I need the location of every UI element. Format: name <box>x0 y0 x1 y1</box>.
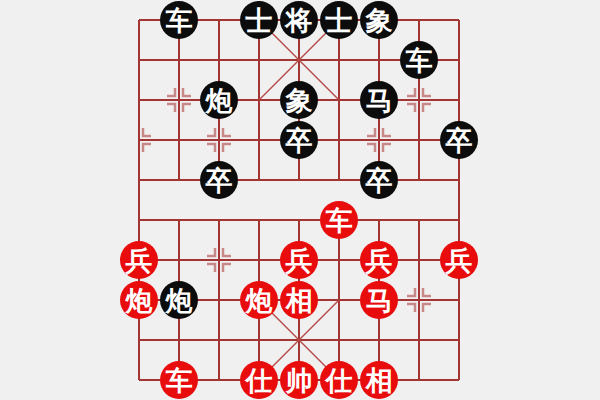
piece-red-cannon[interactable]: 炮 <box>120 281 158 319</box>
piece-red-king[interactable]: 帅 <box>280 361 318 399</box>
piece-red-chariot[interactable]: 车 <box>320 201 358 239</box>
piece-red-soldier[interactable]: 兵 <box>440 241 478 279</box>
piece-red-soldier[interactable]: 兵 <box>280 241 318 279</box>
piece-black-advisor[interactable]: 士 <box>240 1 278 39</box>
piece-red-advisor[interactable]: 仕 <box>320 361 358 399</box>
piece-black-cannon[interactable]: 炮 <box>160 281 198 319</box>
piece-red-horse[interactable]: 马 <box>360 281 398 319</box>
piece-red-soldier[interactable]: 兵 <box>120 241 158 279</box>
piece-black-chariot[interactable]: 车 <box>160 1 198 39</box>
piece-black-general[interactable]: 将 <box>280 1 318 39</box>
piece-black-chariot[interactable]: 车 <box>400 41 438 79</box>
piece-black-horse[interactable]: 马 <box>360 81 398 119</box>
piece-red-elephant[interactable]: 相 <box>280 281 318 319</box>
piece-black-soldier[interactable]: 卒 <box>280 121 318 159</box>
piece-red-soldier[interactable]: 兵 <box>360 241 398 279</box>
xiangqi-board[interactable]: 车士将士象车炮象马卒卒卒卒车兵兵兵兵炮炮炮相马车仕帅仕相 <box>119 0 479 400</box>
piece-black-elephant[interactable]: 象 <box>360 1 398 39</box>
piece-red-cannon[interactable]: 炮 <box>240 281 278 319</box>
piece-black-cannon[interactable]: 炮 <box>200 81 238 119</box>
piece-black-elephant[interactable]: 象 <box>280 81 318 119</box>
piece-black-soldier[interactable]: 卒 <box>200 161 238 199</box>
xiangqi-screen: 车士将士象车炮象马卒卒卒卒车兵兵兵兵炮炮炮相马车仕帅仕相 <box>0 0 600 400</box>
piece-black-soldier[interactable]: 卒 <box>360 161 398 199</box>
piece-red-chariot[interactable]: 车 <box>160 361 198 399</box>
piece-black-advisor[interactable]: 士 <box>320 1 358 39</box>
piece-black-soldier[interactable]: 卒 <box>440 121 478 159</box>
piece-red-advisor[interactable]: 仕 <box>240 361 278 399</box>
piece-red-elephant[interactable]: 相 <box>360 361 398 399</box>
